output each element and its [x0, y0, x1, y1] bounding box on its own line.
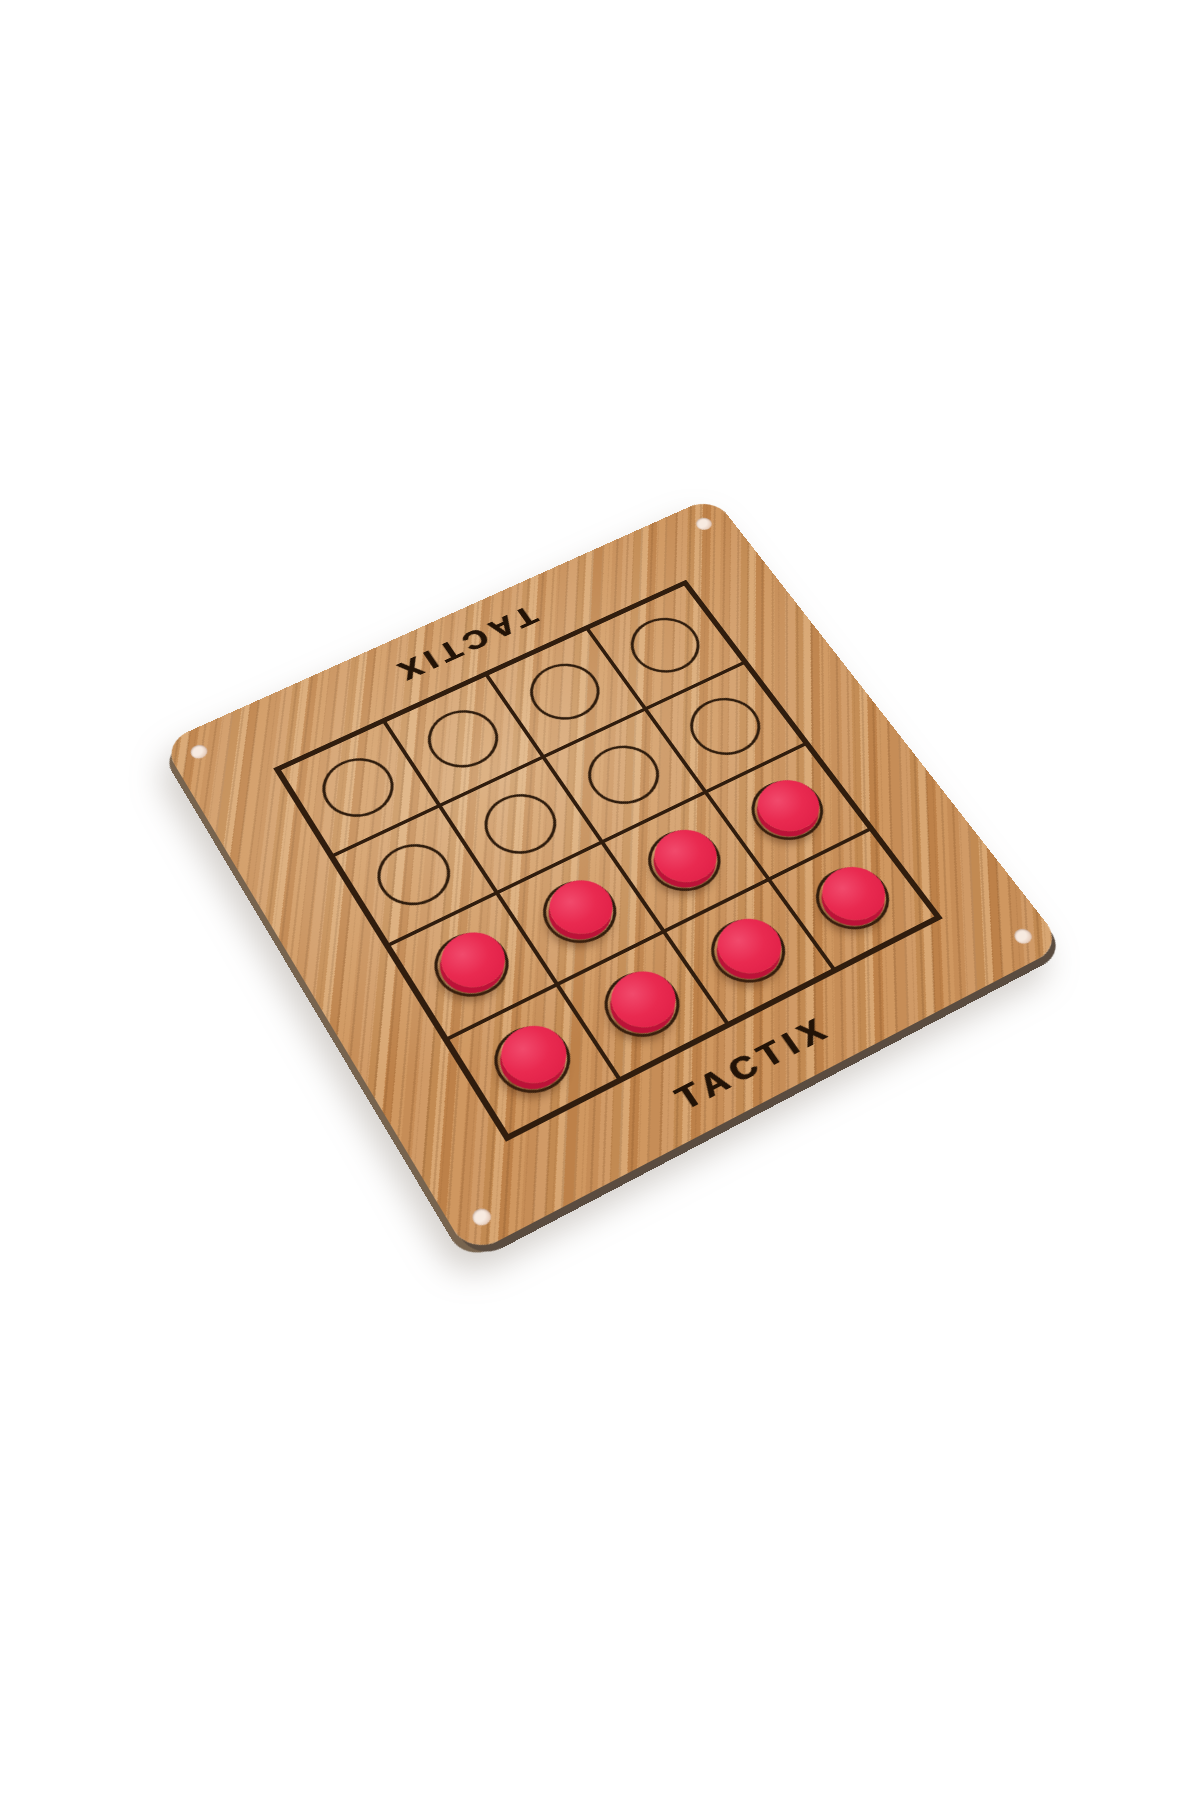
engraved-circle: [677, 688, 774, 766]
engraved-circle: [471, 783, 569, 865]
red-peg[interactable]: [430, 923, 517, 998]
board-shadow-wrap: TACTIX TACTIX: [0, 0, 1200, 1800]
engraved-circle: [618, 608, 712, 683]
red-peg[interactable]: [706, 909, 794, 984]
engraved-circle: [635, 819, 735, 902]
red-peg[interactable]: [643, 820, 729, 892]
red-peg[interactable]: [810, 857, 897, 930]
product-photo-canvas: TACTIX TACTIX: [0, 0, 1200, 1800]
engraved-circle: [518, 654, 613, 731]
engraved-circle: [422, 921, 523, 1008]
red-peg[interactable]: [599, 961, 687, 1038]
engraved-circle: [415, 700, 511, 778]
engraved-circle: [738, 770, 837, 851]
engraved-circle: [365, 833, 463, 917]
engraved-circle: [802, 856, 903, 941]
tactix-board: TACTIX TACTIX: [162, 496, 1064, 1256]
board-grid: [273, 580, 943, 1142]
red-peg[interactable]: [746, 771, 831, 841]
red-peg[interactable]: [538, 871, 624, 944]
engraved-circle: [590, 960, 693, 1049]
engraved-circle: [481, 1014, 584, 1105]
red-peg[interactable]: [490, 1015, 579, 1093]
engraved-circle: [530, 870, 630, 955]
engraved-circle: [697, 907, 799, 994]
engraved-circle: [575, 735, 672, 815]
engraved-circle: [310, 748, 406, 828]
